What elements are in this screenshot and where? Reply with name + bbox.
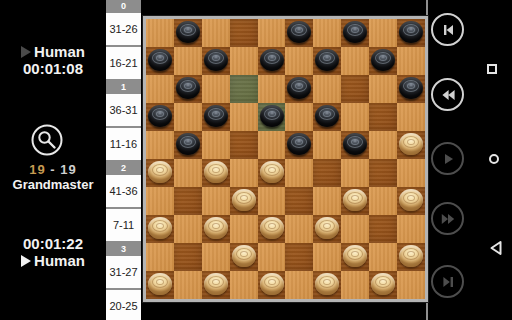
light-square — [397, 215, 425, 243]
black-man-10[interactable] — [371, 49, 395, 71]
score-separator: - — [50, 162, 55, 177]
light-square — [285, 215, 313, 243]
light-square — [202, 75, 230, 103]
square-15[interactable] — [397, 75, 425, 103]
square-40[interactable] — [369, 215, 397, 243]
square-43[interactable] — [285, 243, 313, 271]
light-square — [369, 243, 397, 271]
home-button[interactable] — [489, 154, 499, 164]
square-10[interactable] — [369, 47, 397, 75]
square-24[interactable] — [341, 131, 369, 159]
square-49[interactable] — [313, 271, 341, 299]
move-cell[interactable]: 11-16 — [106, 128, 141, 162]
square-39[interactable] — [313, 215, 341, 243]
light-square — [230, 47, 258, 75]
square-18[interactable] — [258, 103, 286, 131]
white-man-47[interactable] — [204, 273, 228, 295]
light-square — [146, 75, 174, 103]
white-man-35[interactable] — [399, 189, 423, 211]
square-36[interactable] — [146, 215, 174, 243]
white-man-27[interactable] — [204, 161, 228, 183]
score-left: 19 — [29, 162, 45, 177]
square-16[interactable] — [146, 103, 174, 131]
move-list[interactable]: 031-2616-21136-3111-16241-367-11331-2720… — [106, 0, 141, 320]
move-number-header: 0 — [106, 0, 141, 13]
square-9[interactable] — [313, 47, 341, 75]
search-button[interactable] — [30, 123, 64, 157]
white-man-48[interactable] — [260, 273, 284, 295]
square-8[interactable] — [258, 47, 286, 75]
back-button[interactable] — [489, 240, 503, 259]
light-square — [146, 19, 174, 47]
light-square — [230, 215, 258, 243]
black-man-11[interactable] — [176, 77, 200, 99]
light-square — [146, 131, 174, 159]
square-19[interactable] — [313, 103, 341, 131]
rewind-button[interactable] — [431, 78, 464, 111]
square-28[interactable] — [258, 159, 286, 187]
light-square — [174, 215, 202, 243]
light-square — [313, 187, 341, 215]
light-square — [258, 243, 286, 271]
back-triangle-icon — [489, 240, 503, 256]
square-25[interactable] — [397, 131, 425, 159]
skip-to-start-button[interactable] — [431, 13, 464, 46]
light-square — [258, 131, 286, 159]
square-45[interactable] — [397, 243, 425, 271]
black-man-19[interactable] — [315, 105, 339, 127]
square-14[interactable] — [341, 75, 369, 103]
black-man-13[interactable] — [287, 77, 311, 99]
recents-button[interactable] — [487, 64, 497, 74]
light-square — [341, 271, 369, 299]
black-man-9[interactable] — [315, 49, 339, 71]
light-square — [397, 159, 425, 187]
black-man-1[interactable] — [176, 21, 200, 43]
black-man-17[interactable] — [204, 105, 228, 127]
move-cell[interactable]: 41-36 — [106, 175, 141, 209]
black-man-4[interactable] — [343, 21, 367, 43]
move-number-header: 2 — [106, 162, 141, 175]
skip-to-start-icon — [440, 22, 456, 38]
bottom-player-name: Human — [34, 252, 85, 269]
bottom-player-block: 00:01:22 Human — [0, 235, 106, 269]
white-man-34[interactable] — [343, 189, 367, 211]
white-man-46[interactable] — [148, 273, 172, 295]
black-man-3[interactable] — [287, 21, 311, 43]
black-man-8[interactable] — [260, 49, 284, 71]
black-man-15[interactable] — [399, 77, 423, 99]
top-player-name: Human — [34, 43, 85, 60]
square-4[interactable] — [341, 19, 369, 47]
score-display: 19 - 19 — [0, 162, 106, 177]
light-square — [230, 103, 258, 131]
square-34[interactable] — [341, 187, 369, 215]
square-33[interactable] — [285, 187, 313, 215]
square-38[interactable] — [258, 215, 286, 243]
light-square — [341, 47, 369, 75]
top-player-block: Human 00:01:08 — [0, 43, 106, 77]
square-32[interactable] — [230, 187, 258, 215]
play-button[interactable] — [431, 142, 464, 175]
black-man-5[interactable] — [399, 21, 423, 43]
black-man-24[interactable] — [343, 133, 367, 155]
light-square — [369, 131, 397, 159]
black-man-6[interactable] — [148, 49, 172, 71]
square-6[interactable] — [146, 47, 174, 75]
light-square — [174, 159, 202, 187]
square-2[interactable] — [230, 19, 258, 47]
light-square — [313, 19, 341, 47]
square-46[interactable] — [146, 271, 174, 299]
square-27[interactable] — [202, 159, 230, 187]
square-48[interactable] — [258, 271, 286, 299]
square-17[interactable] — [202, 103, 230, 131]
light-square — [258, 19, 286, 47]
white-man-37[interactable] — [204, 217, 228, 239]
score-right: 19 — [60, 162, 76, 177]
square-30[interactable] — [369, 159, 397, 187]
square-41[interactable] — [174, 243, 202, 271]
square-11[interactable] — [174, 75, 202, 103]
square-7[interactable] — [202, 47, 230, 75]
black-man-18[interactable] — [260, 105, 284, 127]
top-player-name-row: Human — [0, 43, 106, 60]
white-man-42[interactable] — [232, 245, 256, 267]
light-square — [369, 19, 397, 47]
light-square — [174, 271, 202, 299]
light-square — [258, 187, 286, 215]
bottom-player-clock: 00:01:22 — [0, 235, 106, 252]
light-square — [313, 131, 341, 159]
light-square — [369, 187, 397, 215]
light-square — [285, 103, 313, 131]
difficulty-label: Grandmaster — [0, 177, 106, 192]
move-number-header: 1 — [106, 81, 141, 94]
light-square — [285, 271, 313, 299]
black-man-16[interactable] — [148, 105, 172, 127]
white-man-50[interactable] — [371, 273, 395, 295]
square-22[interactable] — [230, 131, 258, 159]
square-47[interactable] — [202, 271, 230, 299]
black-man-21[interactable] — [176, 133, 200, 155]
turn-indicator-top-icon — [21, 46, 31, 58]
light-square — [341, 103, 369, 131]
board-grid — [143, 16, 428, 302]
square-29[interactable] — [313, 159, 341, 187]
turn-indicator-bottom-icon — [21, 255, 31, 267]
square-3[interactable] — [285, 19, 313, 47]
light-square — [174, 103, 202, 131]
black-man-23[interactable] — [287, 133, 311, 155]
move-cell[interactable]: 31-27 — [106, 256, 141, 290]
bottom-player-name-row: Human — [0, 252, 106, 269]
rewind-icon — [440, 87, 456, 103]
move-cell[interactable]: 7-11 — [106, 209, 141, 243]
light-square — [202, 243, 230, 271]
search-icon — [30, 123, 64, 157]
white-man-49[interactable] — [315, 273, 339, 295]
move-cell[interactable]: 36-31 — [106, 94, 141, 128]
skip-to-end-button[interactable] — [431, 265, 464, 298]
play-icon — [440, 151, 456, 167]
white-man-25[interactable] — [399, 133, 423, 155]
light-square — [369, 75, 397, 103]
move-cell[interactable]: 20-25 — [106, 290, 141, 320]
square-12[interactable] — [230, 75, 258, 103]
light-square — [397, 271, 425, 299]
square-23[interactable] — [285, 131, 313, 159]
top-player-clock: 00:01:08 — [0, 60, 106, 77]
light-square — [341, 215, 369, 243]
square-37[interactable] — [202, 215, 230, 243]
light-square — [341, 159, 369, 187]
light-square — [230, 271, 258, 299]
white-man-38[interactable] — [260, 217, 284, 239]
light-square — [258, 75, 286, 103]
square-35[interactable] — [397, 187, 425, 215]
square-1[interactable] — [174, 19, 202, 47]
fast-forward-icon — [440, 211, 456, 227]
skip-to-end-icon — [440, 274, 456, 290]
square-20[interactable] — [369, 103, 397, 131]
square-50[interactable] — [369, 271, 397, 299]
app-screen: Human 00:01:08 19 - 19 Grandmaster 00:01… — [0, 0, 512, 320]
light-square — [202, 187, 230, 215]
move-cell[interactable]: 31-26 — [106, 13, 141, 47]
light-square — [397, 47, 425, 75]
light-square — [174, 47, 202, 75]
fast-forward-button[interactable] — [431, 202, 464, 235]
white-man-45[interactable] — [399, 245, 423, 267]
white-man-26[interactable] — [148, 161, 172, 183]
square-42[interactable] — [230, 243, 258, 271]
light-square — [313, 243, 341, 271]
white-man-36[interactable] — [148, 217, 172, 239]
square-21[interactable] — [174, 131, 202, 159]
light-square — [285, 47, 313, 75]
move-number-header: 3 — [106, 243, 141, 256]
move-cell[interactable]: 16-21 — [106, 47, 141, 81]
light-square — [397, 103, 425, 131]
light-square — [202, 131, 230, 159]
white-man-32[interactable] — [232, 189, 256, 211]
square-44[interactable] — [341, 243, 369, 271]
left-panel: Human 00:01:08 19 - 19 Grandmaster 00:01… — [0, 0, 106, 320]
light-square — [202, 19, 230, 47]
square-5[interactable] — [397, 19, 425, 47]
light-square — [230, 159, 258, 187]
light-square — [146, 187, 174, 215]
light-square — [146, 243, 174, 271]
light-square — [313, 75, 341, 103]
square-13[interactable] — [285, 75, 313, 103]
white-man-39[interactable] — [315, 217, 339, 239]
square-31[interactable] — [174, 187, 202, 215]
square-26[interactable] — [146, 159, 174, 187]
black-man-7[interactable] — [204, 49, 228, 71]
white-man-44[interactable] — [343, 245, 367, 267]
white-man-28[interactable] — [260, 161, 284, 183]
light-square — [285, 159, 313, 187]
